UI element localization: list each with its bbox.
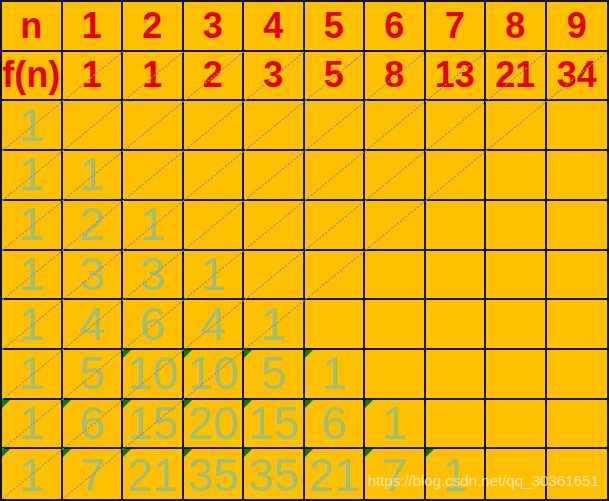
cell-r1c7: 13: [426, 52, 487, 102]
cell-r3c3: [184, 151, 245, 201]
cell-r2c1: [63, 101, 124, 151]
cell-r6c6: [365, 300, 426, 350]
cell-r6c4: 1: [244, 300, 305, 350]
cell-corner-marker-icon: [244, 400, 252, 408]
cell-r3c0: 1: [2, 151, 63, 201]
cell-value: 1: [139, 203, 165, 248]
cell-value: 10: [127, 352, 178, 397]
cell-r6c3: 4: [184, 300, 245, 350]
cell-r6c1: 4: [63, 300, 124, 350]
cell-r4c6: [365, 201, 426, 251]
cell-corner-marker-icon: [123, 350, 131, 358]
cell-value: 15: [127, 402, 178, 447]
cell-r8c9: [547, 400, 608, 450]
cell-r7c1: 5: [63, 350, 124, 400]
cell-r0c1: 1: [63, 2, 124, 52]
cell-r0c5: 5: [305, 2, 366, 52]
cell-value: 1: [18, 253, 44, 298]
cell-r7c6: [365, 350, 426, 400]
cell-r1c1: 1: [63, 52, 124, 102]
cell-r3c5: [305, 151, 366, 201]
cell-value: 21: [308, 454, 359, 499]
cell-r8c1: 6: [63, 400, 124, 450]
cell-value: 1: [82, 57, 102, 99]
cell-r0c2: 2: [123, 2, 184, 52]
cell-value: 1: [18, 104, 44, 149]
cell-r4c4: [244, 201, 305, 251]
cell-value: 3: [79, 253, 105, 298]
cell-value: 1: [200, 253, 226, 298]
cell-r7c0: 1: [2, 350, 63, 400]
cell-r8c8: [486, 400, 547, 450]
cell-r4c5: [305, 201, 366, 251]
cell-value: 1: [18, 454, 44, 499]
cell-r4c7: [426, 201, 487, 251]
cell-r5c4: [244, 251, 305, 301]
cell-value: 1: [381, 402, 407, 447]
cell-value: 35: [248, 454, 299, 499]
cell-value: 34: [557, 57, 597, 99]
cell-r2c2: [123, 101, 184, 151]
cell-r9c5: 21: [305, 449, 366, 499]
cell-corner-marker-icon: [305, 449, 313, 457]
cell-r4c0: 1: [2, 201, 63, 251]
cell-corner-marker-icon: [123, 449, 131, 457]
cell-r0c9: 9: [547, 2, 608, 52]
cell-r1c0: f(n): [2, 52, 63, 102]
cell-r4c3: [184, 201, 245, 251]
csdn-watermark: https://blog.csdn.net/qq_30361651: [368, 472, 599, 490]
cell-value: 8: [505, 8, 525, 50]
cell-value: n: [20, 8, 42, 50]
cell-r9c2: 21: [123, 449, 184, 499]
cell-r5c6: [365, 251, 426, 301]
cell-r0c8: 8: [486, 2, 547, 52]
cell-value: 2: [203, 57, 223, 99]
cell-value: 1: [18, 203, 44, 248]
cell-value: 1: [18, 352, 44, 397]
cell-value: 6: [139, 303, 165, 348]
cell-r8c3: 20: [184, 400, 245, 450]
cell-r1c4: 3: [244, 52, 305, 102]
cell-r5c2: 3: [123, 251, 184, 301]
cell-r7c2: 10: [123, 350, 184, 400]
cell-r5c1: 3: [63, 251, 124, 301]
cell-corner-marker-icon: [365, 400, 373, 408]
cell-corner-marker-icon: [244, 449, 252, 457]
cell-value: 3: [203, 8, 223, 50]
fibonacci-pascal-table: n123456789f(n)11235813213411112113311464…: [0, 0, 609, 501]
cell-corner-marker-icon: [63, 449, 71, 457]
cell-value: 4: [200, 303, 226, 348]
cell-r3c4: [244, 151, 305, 201]
cell-r5c3: 1: [184, 251, 245, 301]
cell-value: 2: [142, 8, 162, 50]
cell-r3c2: [123, 151, 184, 201]
cell-value: 1: [18, 153, 44, 198]
cell-r7c7: [426, 350, 487, 400]
cell-r4c1: 2: [63, 201, 124, 251]
cell-value: 6: [321, 402, 347, 447]
cell-r5c9: [547, 251, 608, 301]
cell-r9c1: 7: [63, 449, 124, 499]
cell-r7c4: 5: [244, 350, 305, 400]
cell-value: f(n): [2, 57, 60, 99]
cell-r8c4: 15: [244, 400, 305, 450]
cell-value: 4: [263, 8, 283, 50]
cell-r7c5: 1: [305, 350, 366, 400]
cell-value: 5: [79, 352, 105, 397]
cell-value: 7: [79, 454, 105, 499]
cell-r3c1: 1: [63, 151, 124, 201]
cell-corner-marker-icon: [2, 400, 10, 408]
cell-r0c4: 4: [244, 2, 305, 52]
cell-value: 21: [127, 454, 178, 499]
cell-r7c9: [547, 350, 608, 400]
cell-r4c2: 1: [123, 201, 184, 251]
cell-value: 2: [79, 203, 105, 248]
cell-r0c3: 3: [184, 2, 245, 52]
cell-r0c7: 7: [426, 2, 487, 52]
spreadsheet-grid: n123456789f(n)11235813213411112113311464…: [2, 2, 607, 499]
cell-r3c8: [486, 151, 547, 201]
cell-value: 1: [260, 303, 286, 348]
cell-r8c5: 6: [305, 400, 366, 450]
cell-r8c2: 15: [123, 400, 184, 450]
cell-value: 6: [79, 402, 105, 447]
cell-value: 13: [435, 57, 475, 99]
cell-corner-marker-icon: [184, 350, 192, 358]
cell-r5c0: 1: [2, 251, 63, 301]
cell-r2c9: [547, 101, 608, 151]
cell-value: 1: [321, 352, 347, 397]
cell-r5c7: [426, 251, 487, 301]
cell-r2c4: [244, 101, 305, 151]
cell-r0c0: n: [2, 2, 63, 52]
cell-r7c8: [486, 350, 547, 400]
cell-value: 10: [187, 352, 238, 397]
cell-r3c6: [365, 151, 426, 201]
cell-r5c5: [305, 251, 366, 301]
cell-value: 20: [187, 402, 238, 447]
cell-value: 3: [263, 57, 283, 99]
cell-r8c0: 1: [2, 400, 63, 450]
cell-value: 1: [142, 57, 162, 99]
cell-r1c2: 1: [123, 52, 184, 102]
cell-r0c6: 6: [365, 2, 426, 52]
cell-r7c3: 10: [184, 350, 245, 400]
cell-r6c5: [305, 300, 366, 350]
cell-value: 1: [82, 8, 102, 50]
cell-corner-marker-icon: [244, 350, 252, 358]
cell-corner-marker-icon: [426, 449, 434, 457]
cell-value: 3: [139, 253, 165, 298]
cell-r8c6: 1: [365, 400, 426, 450]
cell-value: 1: [18, 303, 44, 348]
cell-r6c8: [486, 300, 547, 350]
cell-r9c4: 35: [244, 449, 305, 499]
cell-r6c2: 6: [123, 300, 184, 350]
cell-corner-marker-icon: [63, 400, 71, 408]
cell-r1c3: 2: [184, 52, 245, 102]
cell-value: 6: [384, 8, 404, 50]
cell-r1c8: 21: [486, 52, 547, 102]
cell-r9c0: 1: [2, 449, 63, 499]
cell-value: 1: [18, 402, 44, 447]
cell-r3c7: [426, 151, 487, 201]
cell-r4c8: [486, 201, 547, 251]
cell-r1c6: 8: [365, 52, 426, 102]
cell-r2c7: [426, 101, 487, 151]
cell-corner-marker-icon: [2, 449, 10, 457]
cell-r1c9: 34: [547, 52, 608, 102]
cell-corner-marker-icon: [365, 449, 373, 457]
cell-r6c0: 1: [2, 300, 63, 350]
cell-r8c7: [426, 400, 487, 450]
cell-r2c8: [486, 101, 547, 151]
cell-value: 5: [324, 8, 344, 50]
cell-corner-marker-icon: [305, 400, 313, 408]
cell-value: 8: [384, 57, 404, 99]
cell-r9c3: 35: [184, 449, 245, 499]
cell-corner-marker-icon: [305, 350, 313, 358]
cell-r2c6: [365, 101, 426, 151]
cell-value: 15: [248, 402, 299, 447]
cell-value: 5: [324, 57, 344, 99]
cell-r3c9: [547, 151, 608, 201]
cell-value: 5: [260, 352, 286, 397]
cell-corner-marker-icon: [184, 449, 192, 457]
cell-r2c3: [184, 101, 245, 151]
cell-value: 9: [567, 8, 587, 50]
cell-r2c0: 1: [2, 101, 63, 151]
cell-r1c5: 5: [305, 52, 366, 102]
cell-value: 35: [187, 454, 238, 499]
cell-r6c7: [426, 300, 487, 350]
cell-value: 21: [495, 57, 535, 99]
cell-r6c9: [547, 300, 608, 350]
cell-r4c9: [547, 201, 608, 251]
cell-r5c8: [486, 251, 547, 301]
cell-corner-marker-icon: [123, 400, 131, 408]
cell-corner-marker-icon: [184, 400, 192, 408]
cell-value: 1: [79, 153, 105, 198]
cell-value: 4: [79, 303, 105, 348]
cell-value: 7: [445, 8, 465, 50]
cell-r2c5: [305, 101, 366, 151]
